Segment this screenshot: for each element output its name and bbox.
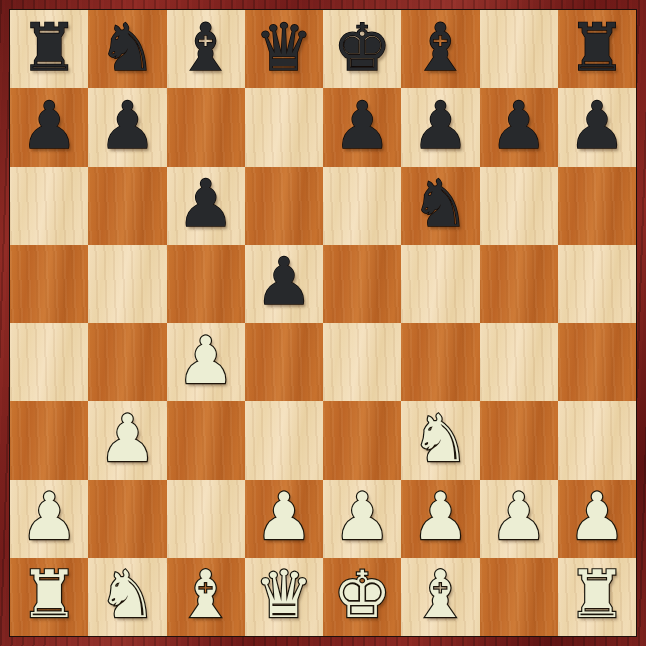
square-e3[interactable] xyxy=(323,401,401,479)
square-d6[interactable] xyxy=(245,167,323,245)
black-king[interactable]: ♚︎ xyxy=(333,15,391,80)
square-c6[interactable]: ♟︎ xyxy=(167,167,245,245)
white-bishop[interactable]: ♝︎ xyxy=(176,562,234,627)
square-e7[interactable]: ♟︎ xyxy=(323,88,401,166)
black-pawn[interactable]: ♟︎ xyxy=(489,93,547,158)
white-pawn[interactable]: ♟︎ xyxy=(98,406,156,471)
white-pawn[interactable]: ♟︎ xyxy=(568,484,626,549)
white-rook[interactable]: ♜︎ xyxy=(20,562,78,627)
white-king[interactable]: ♚︎ xyxy=(333,562,391,627)
square-h3[interactable] xyxy=(558,401,636,479)
black-knight[interactable]: ♞︎ xyxy=(411,171,469,236)
board-frame: ♜︎♞︎♝︎♛︎♚︎♝︎♜︎♟︎♟︎♟︎♟︎♟︎♟︎♟︎♞︎♟︎♟︎♟︎♞︎♟︎… xyxy=(0,0,646,646)
square-h5[interactable] xyxy=(558,245,636,323)
square-h4[interactable] xyxy=(558,323,636,401)
white-rook[interactable]: ♜︎ xyxy=(568,562,626,627)
square-a1[interactable]: ♜︎ xyxy=(10,558,88,636)
black-pawn[interactable]: ♟︎ xyxy=(255,249,313,314)
square-a6[interactable] xyxy=(10,167,88,245)
white-pawn[interactable]: ♟︎ xyxy=(411,484,469,549)
square-h1[interactable]: ♜︎ xyxy=(558,558,636,636)
square-g4[interactable] xyxy=(480,323,558,401)
square-c4[interactable]: ♟︎ xyxy=(167,323,245,401)
black-rook[interactable]: ♜︎ xyxy=(568,15,626,80)
square-f5[interactable] xyxy=(401,245,479,323)
white-pawn[interactable]: ♟︎ xyxy=(20,484,78,549)
black-knight[interactable]: ♞︎ xyxy=(98,15,156,80)
square-e8[interactable]: ♚︎ xyxy=(323,10,401,88)
white-knight[interactable]: ♞︎ xyxy=(98,562,156,627)
square-c2[interactable] xyxy=(167,480,245,558)
square-g5[interactable] xyxy=(480,245,558,323)
white-bishop[interactable]: ♝︎ xyxy=(411,562,469,627)
square-e6[interactable] xyxy=(323,167,401,245)
square-d3[interactable] xyxy=(245,401,323,479)
white-knight[interactable]: ♞︎ xyxy=(411,406,469,471)
square-f2[interactable]: ♟︎ xyxy=(401,480,479,558)
black-pawn[interactable]: ♟︎ xyxy=(20,93,78,158)
black-pawn[interactable]: ♟︎ xyxy=(411,93,469,158)
black-pawn[interactable]: ♟︎ xyxy=(333,93,391,158)
square-b5[interactable] xyxy=(88,245,166,323)
square-d5[interactable]: ♟︎ xyxy=(245,245,323,323)
square-d7[interactable] xyxy=(245,88,323,166)
square-a2[interactable]: ♟︎ xyxy=(10,480,88,558)
square-h8[interactable]: ♜︎ xyxy=(558,10,636,88)
black-queen[interactable]: ♛︎ xyxy=(255,15,313,80)
black-bishop[interactable]: ♝︎ xyxy=(411,15,469,80)
square-b1[interactable]: ♞︎ xyxy=(88,558,166,636)
square-d1[interactable]: ♛︎ xyxy=(245,558,323,636)
square-f4[interactable] xyxy=(401,323,479,401)
white-pawn[interactable]: ♟︎ xyxy=(333,484,391,549)
square-g7[interactable]: ♟︎ xyxy=(480,88,558,166)
square-a3[interactable] xyxy=(10,401,88,479)
square-e1[interactable]: ♚︎ xyxy=(323,558,401,636)
square-h2[interactable]: ♟︎ xyxy=(558,480,636,558)
square-f7[interactable]: ♟︎ xyxy=(401,88,479,166)
square-h7[interactable]: ♟︎ xyxy=(558,88,636,166)
square-h6[interactable] xyxy=(558,167,636,245)
square-g2[interactable]: ♟︎ xyxy=(480,480,558,558)
black-bishop[interactable]: ♝︎ xyxy=(176,15,234,80)
square-a8[interactable]: ♜︎ xyxy=(10,10,88,88)
square-g1[interactable] xyxy=(480,558,558,636)
square-a4[interactable] xyxy=(10,323,88,401)
square-g8[interactable] xyxy=(480,10,558,88)
square-b8[interactable]: ♞︎ xyxy=(88,10,166,88)
square-c3[interactable] xyxy=(167,401,245,479)
square-d8[interactable]: ♛︎ xyxy=(245,10,323,88)
square-c1[interactable]: ♝︎ xyxy=(167,558,245,636)
square-b4[interactable] xyxy=(88,323,166,401)
white-pawn[interactable]: ♟︎ xyxy=(176,328,234,393)
square-b6[interactable] xyxy=(88,167,166,245)
square-f1[interactable]: ♝︎ xyxy=(401,558,479,636)
square-b7[interactable]: ♟︎ xyxy=(88,88,166,166)
square-c5[interactable] xyxy=(167,245,245,323)
square-g6[interactable] xyxy=(480,167,558,245)
square-e4[interactable] xyxy=(323,323,401,401)
black-pawn[interactable]: ♟︎ xyxy=(568,93,626,158)
square-f8[interactable]: ♝︎ xyxy=(401,10,479,88)
square-d4[interactable] xyxy=(245,323,323,401)
square-b3[interactable]: ♟︎ xyxy=(88,401,166,479)
black-rook[interactable]: ♜︎ xyxy=(20,15,78,80)
square-f3[interactable]: ♞︎ xyxy=(401,401,479,479)
square-b2[interactable] xyxy=(88,480,166,558)
square-e5[interactable] xyxy=(323,245,401,323)
white-pawn[interactable]: ♟︎ xyxy=(255,484,313,549)
chess-board: ♜︎♞︎♝︎♛︎♚︎♝︎♜︎♟︎♟︎♟︎♟︎♟︎♟︎♟︎♞︎♟︎♟︎♟︎♞︎♟︎… xyxy=(9,9,637,637)
square-c8[interactable]: ♝︎ xyxy=(167,10,245,88)
white-pawn[interactable]: ♟︎ xyxy=(489,484,547,549)
square-c7[interactable] xyxy=(167,88,245,166)
black-pawn[interactable]: ♟︎ xyxy=(98,93,156,158)
square-d2[interactable]: ♟︎ xyxy=(245,480,323,558)
square-f6[interactable]: ♞︎ xyxy=(401,167,479,245)
black-pawn[interactable]: ♟︎ xyxy=(176,171,234,236)
square-g3[interactable] xyxy=(480,401,558,479)
square-a5[interactable] xyxy=(10,245,88,323)
square-e2[interactable]: ♟︎ xyxy=(323,480,401,558)
square-a7[interactable]: ♟︎ xyxy=(10,88,88,166)
white-queen[interactable]: ♛︎ xyxy=(255,562,313,627)
